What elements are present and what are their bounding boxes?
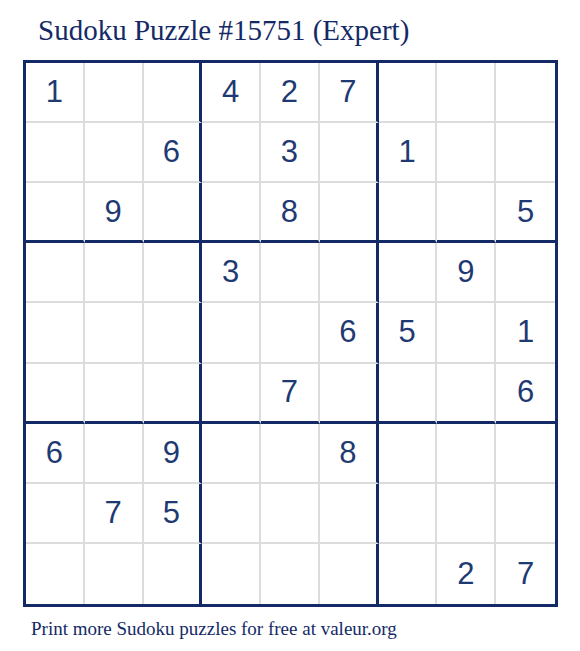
sudoku-cell-r7c9[interactable] xyxy=(496,424,555,484)
sudoku-cell-r2c2[interactable] xyxy=(85,123,144,183)
sudoku-cell-r7c6: 8 xyxy=(320,424,379,484)
sudoku-cell-r5c7: 5 xyxy=(379,303,438,363)
sudoku-cell-r7c7[interactable] xyxy=(379,424,438,484)
sudoku-cell-r6c8[interactable] xyxy=(437,364,496,424)
sudoku-cell-r7c1: 6 xyxy=(26,424,85,484)
sudoku-cell-r4c6[interactable] xyxy=(320,243,379,303)
sudoku-cell-r1c6: 7 xyxy=(320,63,379,123)
sudoku-cell-r3c1[interactable] xyxy=(26,183,85,243)
sudoku-cell-r3c5: 8 xyxy=(261,183,320,243)
sudoku-cell-r6c1[interactable] xyxy=(26,364,85,424)
sudoku-cell-r9c7[interactable] xyxy=(379,544,438,604)
sudoku-cell-r3c3[interactable] xyxy=(144,183,203,243)
sudoku-cell-r2c6[interactable] xyxy=(320,123,379,183)
sudoku-cell-r4c3[interactable] xyxy=(144,243,203,303)
sudoku-cell-r4c7[interactable] xyxy=(379,243,438,303)
sudoku-cell-r3c2: 9 xyxy=(85,183,144,243)
sudoku-cell-r5c4[interactable] xyxy=(202,303,261,363)
sudoku-cell-r1c7[interactable] xyxy=(379,63,438,123)
sudoku-cell-r5c5[interactable] xyxy=(261,303,320,363)
sudoku-cell-r1c3[interactable] xyxy=(144,63,203,123)
sudoku-cell-r8c4[interactable] xyxy=(202,484,261,544)
sudoku-cell-r9c8: 2 xyxy=(437,544,496,604)
sudoku-cell-r2c3: 6 xyxy=(144,123,203,183)
sudoku-cell-r9c6[interactable] xyxy=(320,544,379,604)
sudoku-cell-r8c1[interactable] xyxy=(26,484,85,544)
sudoku-cell-r7c5[interactable] xyxy=(261,424,320,484)
sudoku-cell-r7c2[interactable] xyxy=(85,424,144,484)
sudoku-cell-r9c9: 7 xyxy=(496,544,555,604)
sudoku-cell-r2c5: 3 xyxy=(261,123,320,183)
sudoku-cell-r4c4: 3 xyxy=(202,243,261,303)
sudoku-cell-r6c5: 7 xyxy=(261,364,320,424)
sudoku-cell-r6c4[interactable] xyxy=(202,364,261,424)
sudoku-cell-r4c2[interactable] xyxy=(85,243,144,303)
sudoku-cell-r1c1: 1 xyxy=(26,63,85,123)
sudoku-cell-r6c6[interactable] xyxy=(320,364,379,424)
sudoku-cell-r2c7: 1 xyxy=(379,123,438,183)
sudoku-cell-r9c2[interactable] xyxy=(85,544,144,604)
sudoku-cell-r9c1[interactable] xyxy=(26,544,85,604)
sudoku-cell-r1c5: 2 xyxy=(261,63,320,123)
sudoku-cell-r2c4[interactable] xyxy=(202,123,261,183)
sudoku-cell-r3c8[interactable] xyxy=(437,183,496,243)
sudoku-cell-r8c3: 5 xyxy=(144,484,203,544)
sudoku-cell-r8c5[interactable] xyxy=(261,484,320,544)
sudoku-cell-r2c9[interactable] xyxy=(496,123,555,183)
sudoku-cell-r6c9: 6 xyxy=(496,364,555,424)
sudoku-cell-r9c4[interactable] xyxy=(202,544,261,604)
sudoku-cell-r5c2[interactable] xyxy=(85,303,144,363)
sudoku-cell-r5c3[interactable] xyxy=(144,303,203,363)
sudoku-cell-r4c8: 9 xyxy=(437,243,496,303)
sudoku-cell-r9c5[interactable] xyxy=(261,544,320,604)
page-title: Sudoku Puzzle #15751 (Expert) xyxy=(38,14,409,47)
sudoku-cell-r1c8[interactable] xyxy=(437,63,496,123)
sudoku-cell-r7c4[interactable] xyxy=(202,424,261,484)
sudoku-cell-r7c8[interactable] xyxy=(437,424,496,484)
sudoku-cell-r5c6: 6 xyxy=(320,303,379,363)
sudoku-cell-r4c1[interactable] xyxy=(26,243,85,303)
sudoku-cell-r3c9: 5 xyxy=(496,183,555,243)
sudoku-cell-r8c2: 7 xyxy=(85,484,144,544)
sudoku-cell-r5c8[interactable] xyxy=(437,303,496,363)
sudoku-cell-r5c9: 1 xyxy=(496,303,555,363)
sudoku-cell-r4c9[interactable] xyxy=(496,243,555,303)
footer-text: Print more Sudoku puzzles for free at va… xyxy=(31,618,397,640)
sudoku-cell-r1c9[interactable] xyxy=(496,63,555,123)
sudoku-cell-r1c4: 4 xyxy=(202,63,261,123)
sudoku-cell-r8c9[interactable] xyxy=(496,484,555,544)
sudoku-cell-r8c7[interactable] xyxy=(379,484,438,544)
sudoku-cell-r6c3[interactable] xyxy=(144,364,203,424)
sudoku-cell-r8c8[interactable] xyxy=(437,484,496,544)
sudoku-cell-r2c1[interactable] xyxy=(26,123,85,183)
sudoku-cell-r1c2[interactable] xyxy=(85,63,144,123)
sudoku-cell-r7c3: 9 xyxy=(144,424,203,484)
sudoku-cell-r4c5[interactable] xyxy=(261,243,320,303)
sudoku-cell-r5c1[interactable] xyxy=(26,303,85,363)
sudoku-cell-r2c8[interactable] xyxy=(437,123,496,183)
sudoku-cell-r6c2[interactable] xyxy=(85,364,144,424)
sudoku-cell-r9c3[interactable] xyxy=(144,544,203,604)
sudoku-cell-r8c6[interactable] xyxy=(320,484,379,544)
sudoku-board: 142763198539651766987527 xyxy=(23,60,558,607)
sudoku-cell-r3c6[interactable] xyxy=(320,183,379,243)
sudoku-cell-r3c7[interactable] xyxy=(379,183,438,243)
sudoku-cell-r3c4[interactable] xyxy=(202,183,261,243)
sudoku-page: Sudoku Puzzle #15751 (Expert) 1427631985… xyxy=(0,0,580,651)
sudoku-cell-r6c7[interactable] xyxy=(379,364,438,424)
